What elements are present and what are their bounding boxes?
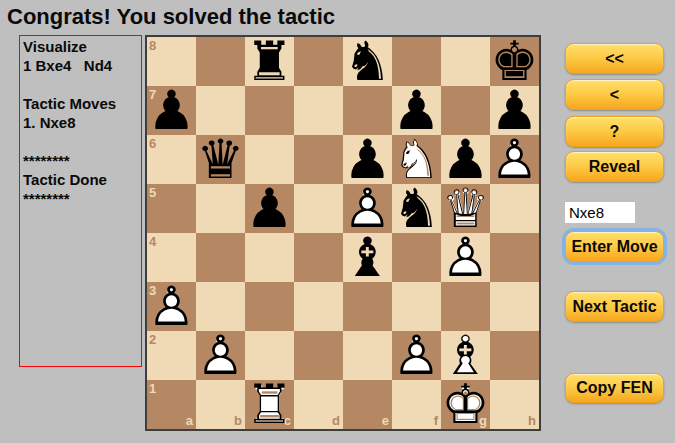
square-h4[interactable] (490, 233, 539, 282)
square-c1[interactable]: c♜♖ (245, 380, 294, 429)
square-e4[interactable]: ♝ (343, 233, 392, 282)
square-a3[interactable]: 3♟♙ (147, 282, 196, 331)
square-d6[interactable] (294, 135, 343, 184)
piece-glyph-outline: ♙ (392, 331, 441, 380)
back-one-move-button[interactable]: < (565, 79, 664, 110)
square-a6[interactable]: 6 (147, 135, 196, 184)
square-b8[interactable] (196, 37, 245, 86)
square-c7[interactable] (245, 86, 294, 135)
black-pawn-a7[interactable]: ♟ (147, 86, 196, 135)
square-g8[interactable] (441, 37, 490, 86)
chess-board[interactable]: 8♜♞♚7♟♟♟6♛♟♞♘♟♟♙5♟♟♙♞♛♕4♝♟♙3♟♙2♟♙♟♙♝♗1ab… (145, 35, 541, 431)
square-d7[interactable] (294, 86, 343, 135)
file-label-a: a (186, 414, 193, 427)
back-to-start-button[interactable]: << (565, 43, 664, 74)
piece-glyph-outline: ♖ (245, 380, 294, 429)
square-a5[interactable]: 5 (147, 184, 196, 233)
square-b2[interactable]: ♟♙ (196, 331, 245, 380)
black-knight-f5[interactable]: ♞ (392, 184, 441, 233)
square-e2[interactable] (343, 331, 392, 380)
rank-label-1: 1 (149, 382, 156, 395)
file-label-f: f (434, 414, 438, 427)
square-e3[interactable] (343, 282, 392, 331)
square-d8[interactable] (294, 37, 343, 86)
piece-glyph: ♟ (147, 86, 196, 135)
square-h2[interactable] (490, 331, 539, 380)
rank-label-6: 6 (149, 137, 156, 150)
piece-glyph: ♞ (343, 37, 392, 86)
white-pawn-g4[interactable]: ♟♙ (441, 233, 490, 282)
square-f2[interactable]: ♟♙ (392, 331, 441, 380)
square-b1[interactable]: b (196, 380, 245, 429)
rank-label-8: 8 (149, 39, 156, 52)
square-b6[interactable]: ♛ (196, 135, 245, 184)
white-pawn-h6[interactable]: ♟♙ (490, 135, 539, 184)
next-tactic-button[interactable]: Next Tactic (565, 291, 664, 322)
square-d1[interactable]: d (294, 380, 343, 429)
piece-glyph-outline: ♙ (147, 282, 196, 331)
black-bishop-e4[interactable]: ♝ (343, 233, 392, 282)
piece-glyph: ♝ (343, 233, 392, 282)
square-c3[interactable] (245, 282, 294, 331)
square-f4[interactable] (392, 233, 441, 282)
hint-button[interactable]: ? (565, 116, 664, 147)
square-f5[interactable]: ♞ (392, 184, 441, 233)
piece-glyph-outline: ♙ (196, 331, 245, 380)
square-g1[interactable]: g♚♔ (441, 380, 490, 429)
square-c5[interactable]: ♟ (245, 184, 294, 233)
rank-label-2: 2 (149, 333, 156, 346)
file-label-b: b (234, 414, 242, 427)
enter-move-button[interactable]: Enter Move (565, 231, 664, 262)
move-input[interactable] (565, 202, 635, 223)
white-rook-c1[interactable]: ♜♖ (245, 380, 294, 429)
rank-label-5: 5 (149, 186, 156, 199)
square-c4[interactable] (245, 233, 294, 282)
piece-glyph: ♟ (245, 184, 294, 233)
white-pawn-f2[interactable]: ♟♙ (392, 331, 441, 380)
square-d3[interactable] (294, 282, 343, 331)
tactic-info-panel: Visualize 1 Bxe4 Nd4 Tactic Moves 1. Nxe… (19, 35, 142, 367)
square-b5[interactable] (196, 184, 245, 233)
square-d4[interactable] (294, 233, 343, 282)
square-e1[interactable]: e (343, 380, 392, 429)
square-f1[interactable]: f (392, 380, 441, 429)
copy-fen-button[interactable]: Copy FEN (565, 373, 664, 403)
square-a1[interactable]: 1a (147, 380, 196, 429)
file-label-h: h (528, 414, 536, 427)
tactic-trainer-app: Congrats! You solved the tactic Visualiz… (0, 0, 675, 443)
piece-glyph-outline: ♙ (490, 135, 539, 184)
piece-glyph: ♜ (245, 37, 294, 86)
black-queen-b6[interactable]: ♛ (196, 135, 245, 184)
square-a7[interactable]: 7♟ (147, 86, 196, 135)
square-h6[interactable]: ♟♙ (490, 135, 539, 184)
square-a2[interactable]: 2 (147, 331, 196, 380)
square-d2[interactable] (294, 331, 343, 380)
white-pawn-b2[interactable]: ♟♙ (196, 331, 245, 380)
square-h1[interactable]: h (490, 380, 539, 429)
reveal-button[interactable]: Reveal (565, 151, 664, 182)
white-pawn-a3[interactable]: ♟♙ (147, 282, 196, 331)
square-d5[interactable] (294, 184, 343, 233)
piece-glyph: ♛ (196, 135, 245, 184)
rank-label-4: 4 (149, 235, 156, 248)
square-b4[interactable] (196, 233, 245, 282)
piece-glyph-outline: ♙ (441, 233, 490, 282)
white-king-g1[interactable]: ♚♔ (441, 380, 490, 429)
piece-glyph: ♞ (392, 184, 441, 233)
black-pawn-c5[interactable]: ♟ (245, 184, 294, 233)
file-label-d: d (332, 414, 340, 427)
square-g4[interactable]: ♟♙ (441, 233, 490, 282)
file-label-e: e (382, 414, 389, 427)
square-c8[interactable]: ♜ (245, 37, 294, 86)
black-knight-e8[interactable]: ♞ (343, 37, 392, 86)
black-rook-c8[interactable]: ♜ (245, 37, 294, 86)
page-title: Congrats! You solved the tactic (7, 4, 335, 30)
square-e8[interactable]: ♞ (343, 37, 392, 86)
square-h5[interactable] (490, 184, 539, 233)
square-h3[interactable] (490, 282, 539, 331)
piece-glyph-outline: ♔ (441, 380, 490, 429)
